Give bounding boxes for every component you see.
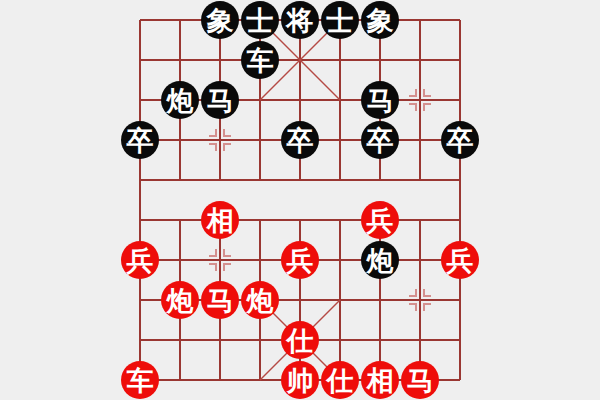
piece-black-general[interactable]: 将 [281,1,319,39]
piece-red-chariot[interactable]: 车 [121,361,159,399]
piece-black-soldier[interactable]: 卒 [361,121,399,159]
piece-black-elephant[interactable]: 象 [201,1,239,39]
piece-red-elephant[interactable]: 相 [361,361,399,399]
piece-red-cannon[interactable]: 炮 [241,281,279,319]
piece-black-horse[interactable]: 马 [361,81,399,119]
piece-black-soldier[interactable]: 卒 [441,121,479,159]
point-markers [209,89,431,311]
piece-red-general[interactable]: 帅 [281,361,319,399]
piece-red-horse[interactable]: 马 [201,281,239,319]
piece-red-soldier[interactable]: 兵 [361,201,399,239]
piece-red-advisor[interactable]: 仕 [281,321,319,359]
piece-red-advisor[interactable]: 仕 [321,361,359,399]
piece-black-cannon[interactable]: 炮 [361,241,399,279]
piece-red-elephant[interactable]: 相 [201,201,239,239]
piece-red-horse[interactable]: 马 [401,361,439,399]
piece-black-advisor[interactable]: 士 [321,1,359,39]
piece-black-advisor[interactable]: 士 [241,1,279,39]
piece-black-soldier[interactable]: 卒 [121,121,159,159]
piece-black-chariot[interactable]: 车 [241,41,279,79]
piece-red-soldier[interactable]: 兵 [121,241,159,279]
piece-red-soldier[interactable]: 兵 [441,241,479,279]
piece-black-elephant[interactable]: 象 [361,1,399,39]
piece-black-cannon[interactable]: 炮 [161,81,199,119]
piece-red-soldier[interactable]: 兵 [281,241,319,279]
xiangqi-board-screen: 象士将士象车炮马马卒卒卒卒相兵兵兵炮兵炮马炮仕车帅仕相马 [0,0,600,400]
piece-red-cannon[interactable]: 炮 [161,281,199,319]
piece-black-soldier[interactable]: 卒 [281,121,319,159]
piece-black-horse[interactable]: 马 [201,81,239,119]
